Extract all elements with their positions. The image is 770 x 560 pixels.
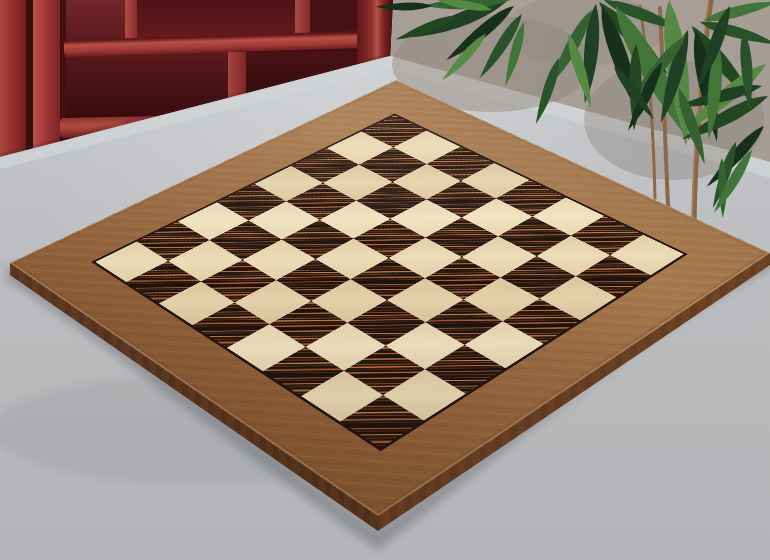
scene: [0, 0, 770, 560]
